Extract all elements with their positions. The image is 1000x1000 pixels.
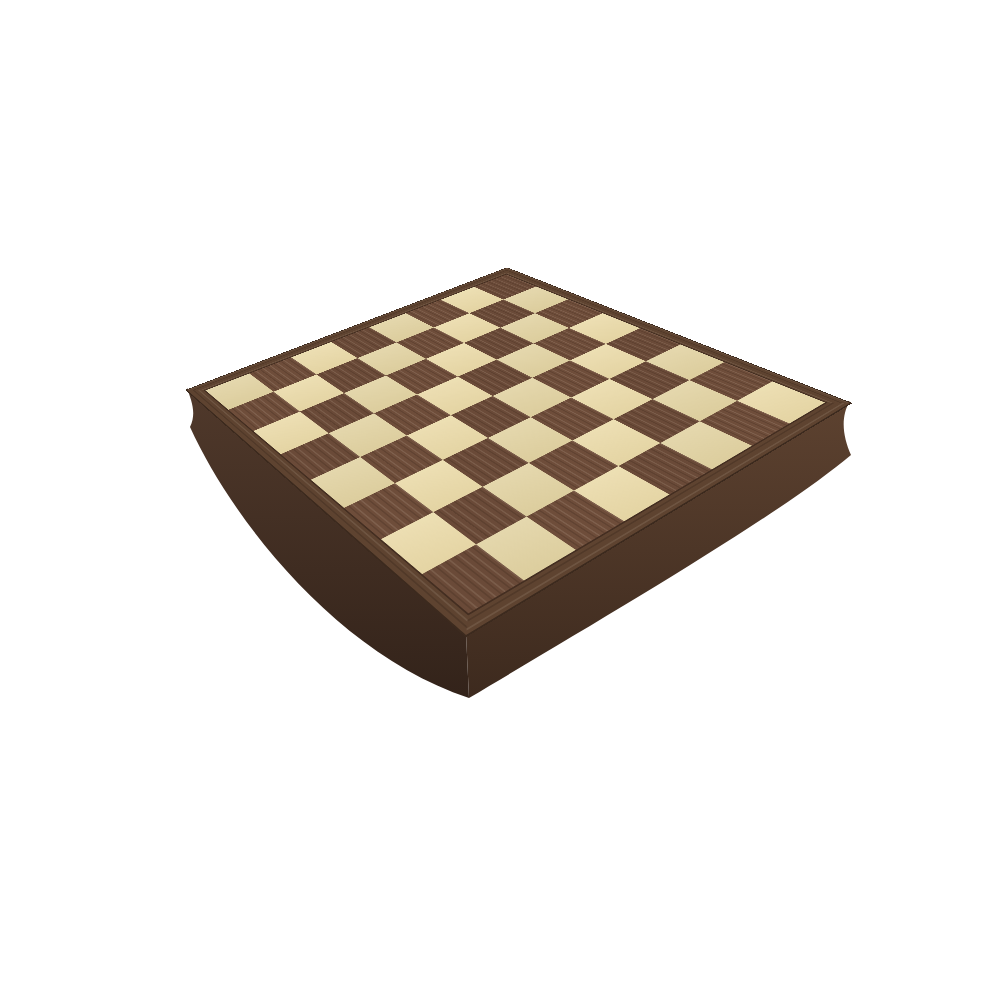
- product-photo: [0, 0, 1000, 1000]
